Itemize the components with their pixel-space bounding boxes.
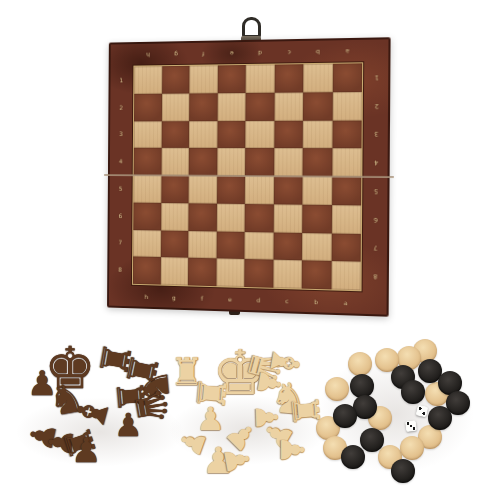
board-square: [189, 65, 217, 93]
file-label: e: [230, 50, 234, 56]
board-square: [189, 93, 217, 121]
file-label: f: [201, 295, 203, 301]
board-square: [274, 148, 303, 176]
board-square: [245, 92, 274, 120]
file-label: f: [202, 50, 204, 56]
board-square: [245, 120, 274, 148]
board-square: [161, 121, 189, 148]
rank-label: 3: [374, 131, 378, 137]
checker-disc-black: [333, 404, 357, 428]
rank-label: 8: [373, 273, 377, 279]
rank-label: 2: [374, 103, 378, 109]
board-square: [217, 65, 245, 93]
rank-label: 3: [119, 132, 123, 138]
rank-label: 8: [118, 267, 122, 273]
board-square: [245, 148, 274, 176]
rank-label: 4: [374, 160, 378, 166]
board-square: [216, 259, 244, 287]
clasp-ring-icon: [242, 17, 261, 38]
board-square: [189, 176, 217, 204]
rank-label: 7: [373, 245, 377, 251]
rank-label: 1: [374, 74, 378, 80]
board-square: [161, 203, 189, 231]
file-label: b: [316, 48, 320, 54]
rank-label: 6: [119, 213, 123, 219]
board-square: [134, 93, 162, 120]
chess-piece-light-pawn: ♟: [219, 444, 255, 478]
chess-piece-dark-queen: ♛: [127, 384, 175, 428]
board-square: [161, 93, 189, 121]
board-square: [245, 204, 274, 232]
file-label: d: [256, 297, 260, 303]
checker-disc-black: [341, 445, 365, 469]
board-square: [162, 66, 190, 94]
board-square: [244, 231, 273, 259]
board-square: [161, 148, 189, 175]
rank-label: 6: [373, 216, 377, 222]
board-square: [217, 93, 245, 121]
rank-label: 1: [120, 77, 124, 83]
board-square: [188, 203, 216, 231]
board-square: [134, 66, 162, 94]
board-square: [188, 231, 216, 259]
board-square: [134, 121, 162, 148]
folding-chessboard: hgfedcbahgfedcba1234567812345678: [107, 37, 391, 317]
checker-disc-black: [428, 406, 452, 430]
rank-label: 7: [118, 240, 122, 246]
board-square: [133, 257, 161, 285]
file-label: e: [228, 296, 232, 302]
board-square: [216, 203, 244, 231]
rank-label: 5: [119, 186, 123, 192]
board-square: [188, 258, 216, 286]
board-square: [332, 63, 362, 92]
board-square: [332, 177, 362, 206]
checker-disc-light: [325, 377, 349, 401]
board-square: [217, 148, 245, 176]
chess-piece-light-pawn: ♟: [276, 436, 308, 465]
checker-disc-black: [391, 459, 415, 483]
file-label: g: [174, 51, 178, 57]
board-square: [273, 176, 302, 204]
board-square: [244, 259, 273, 288]
file-label: g: [172, 294, 176, 300]
checker-disc-light: [348, 352, 372, 376]
board-square: [189, 121, 217, 149]
board-square: [332, 92, 362, 120]
file-label: a: [345, 48, 349, 54]
board-square: [246, 65, 275, 93]
board-square: [274, 120, 303, 148]
rank-label: 4: [119, 159, 123, 165]
board-square: [189, 148, 217, 176]
die-icon: [405, 420, 417, 432]
board-square: [302, 233, 331, 262]
die-icon: [415, 404, 428, 417]
board-square: [332, 148, 362, 176]
board-square: [273, 232, 302, 261]
checker-disc-light: [400, 436, 424, 460]
checker-disc-black: [360, 428, 384, 452]
board-square: [245, 176, 274, 204]
board-square: [273, 204, 302, 232]
file-label: h: [146, 51, 150, 57]
board-square: [274, 92, 303, 120]
board-square: [303, 64, 332, 92]
file-label: h: [145, 293, 149, 299]
board-square: [133, 202, 161, 230]
board-square: [133, 230, 161, 258]
board-square: [217, 176, 245, 204]
rank-label: 2: [119, 104, 123, 110]
file-label: c: [287, 49, 290, 55]
board-square: [274, 64, 303, 92]
board-square: [216, 231, 244, 259]
board-square: [273, 260, 302, 289]
board-square: [331, 233, 361, 262]
board-square: [303, 148, 332, 176]
chess-piece-dark-pawn: ♟: [71, 433, 101, 467]
board-square: [134, 148, 162, 175]
board-square: [160, 257, 188, 285]
board-square: [332, 120, 362, 148]
board-square: [160, 230, 188, 258]
checker-disc-black: [401, 380, 425, 404]
board-square: [133, 175, 161, 202]
file-label: c: [285, 298, 288, 304]
product-photo-stage: hgfedcbahgfedcba1234567812345678 ♚♟♞♜♜♞♜…: [0, 0, 500, 500]
board-square: [302, 261, 331, 290]
board-square: [303, 92, 332, 120]
rank-label: 5: [373, 188, 377, 194]
board-square: [302, 204, 331, 233]
board-square: [302, 176, 331, 204]
board-square: [331, 205, 361, 234]
board-square: [303, 120, 332, 148]
board-square: [161, 175, 189, 203]
board-square: [331, 261, 361, 290]
board-square: [217, 120, 245, 148]
file-label: d: [258, 49, 262, 55]
file-label: b: [314, 299, 318, 305]
chess-piece-light-pawn: ♟: [252, 366, 286, 398]
file-label: a: [344, 299, 348, 305]
